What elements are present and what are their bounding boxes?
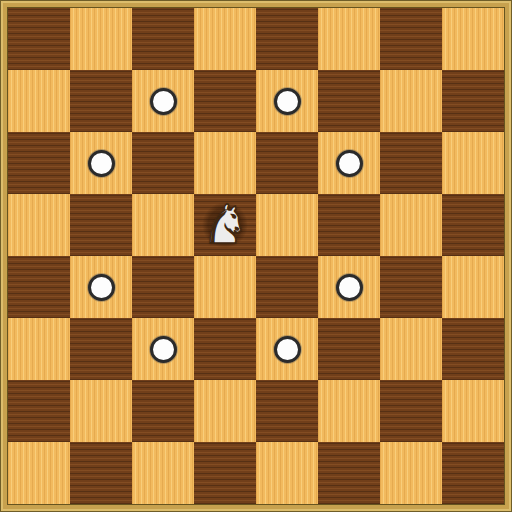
square-b1[interactable] [70, 442, 132, 504]
square-d6[interactable] [194, 132, 256, 194]
board: ♞ [8, 8, 504, 504]
move-marker-b6[interactable] [88, 150, 115, 177]
square-h5[interactable] [442, 194, 504, 256]
square-d3[interactable] [194, 318, 256, 380]
square-f2[interactable] [318, 380, 380, 442]
square-c8[interactable] [132, 8, 194, 70]
square-b7[interactable] [70, 70, 132, 132]
square-e7[interactable] [256, 70, 318, 132]
square-e5[interactable] [256, 194, 318, 256]
square-b5[interactable] [70, 194, 132, 256]
square-f3[interactable] [318, 318, 380, 380]
square-e3[interactable] [256, 318, 318, 380]
square-f4[interactable] [318, 256, 380, 318]
square-b8[interactable] [70, 8, 132, 70]
square-a3[interactable] [8, 318, 70, 380]
board-frame: ♞ [0, 0, 512, 512]
square-d1[interactable] [194, 442, 256, 504]
square-h1[interactable] [442, 442, 504, 504]
square-e6[interactable] [256, 132, 318, 194]
square-h8[interactable] [442, 8, 504, 70]
square-d2[interactable] [194, 380, 256, 442]
square-g8[interactable] [380, 8, 442, 70]
square-a6[interactable] [8, 132, 70, 194]
square-g1[interactable] [380, 442, 442, 504]
move-marker-c3[interactable] [150, 336, 177, 363]
square-g3[interactable] [380, 318, 442, 380]
square-g7[interactable] [380, 70, 442, 132]
move-marker-e3[interactable] [274, 336, 301, 363]
move-marker-b4[interactable] [88, 274, 115, 301]
square-g4[interactable] [380, 256, 442, 318]
square-h4[interactable] [442, 256, 504, 318]
square-e1[interactable] [256, 442, 318, 504]
square-g5[interactable] [380, 194, 442, 256]
square-e2[interactable] [256, 380, 318, 442]
square-f5[interactable] [318, 194, 380, 256]
square-g2[interactable] [380, 380, 442, 442]
square-f7[interactable] [318, 70, 380, 132]
square-c6[interactable] [132, 132, 194, 194]
square-c3[interactable] [132, 318, 194, 380]
square-c4[interactable] [132, 256, 194, 318]
square-f8[interactable] [318, 8, 380, 70]
square-a5[interactable] [8, 194, 70, 256]
square-f1[interactable] [318, 442, 380, 504]
square-a4[interactable] [8, 256, 70, 318]
square-b3[interactable] [70, 318, 132, 380]
square-f6[interactable] [318, 132, 380, 194]
white-knight[interactable]: ♞ [201, 194, 249, 256]
square-c5[interactable] [132, 194, 194, 256]
square-c2[interactable] [132, 380, 194, 442]
square-d7[interactable] [194, 70, 256, 132]
square-b4[interactable] [70, 256, 132, 318]
square-h6[interactable] [442, 132, 504, 194]
square-h2[interactable] [442, 380, 504, 442]
square-a8[interactable] [8, 8, 70, 70]
square-a7[interactable] [8, 70, 70, 132]
move-marker-c7[interactable] [150, 88, 177, 115]
square-d4[interactable] [194, 256, 256, 318]
square-d8[interactable] [194, 8, 256, 70]
square-b6[interactable] [70, 132, 132, 194]
square-b2[interactable] [70, 380, 132, 442]
square-h7[interactable] [442, 70, 504, 132]
move-marker-f6[interactable] [336, 150, 363, 177]
square-g6[interactable] [380, 132, 442, 194]
square-a1[interactable] [8, 442, 70, 504]
square-e8[interactable] [256, 8, 318, 70]
square-e4[interactable] [256, 256, 318, 318]
move-marker-e7[interactable] [274, 88, 301, 115]
square-c1[interactable] [132, 442, 194, 504]
move-marker-f4[interactable] [336, 274, 363, 301]
square-c7[interactable] [132, 70, 194, 132]
square-d5[interactable]: ♞ [194, 194, 256, 256]
square-h3[interactable] [442, 318, 504, 380]
square-a2[interactable] [8, 380, 70, 442]
